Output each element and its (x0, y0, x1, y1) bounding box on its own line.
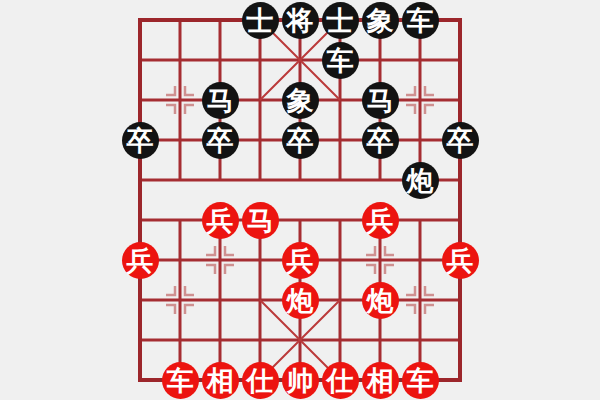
board-point-c6[interactable] (200, 160, 240, 200)
board-point-b4[interactable] (160, 240, 200, 280)
board-point-g1[interactable]: 相 (360, 360, 400, 400)
board-point-a7[interactable]: 卒 (120, 120, 160, 160)
board-point-e6[interactable] (280, 160, 320, 200)
board-point-i7[interactable]: 卒 (440, 120, 480, 160)
board-point-e5[interactable] (280, 200, 320, 240)
board-point-h7[interactable] (400, 120, 440, 160)
board-point-d5[interactable]: 马 (240, 200, 280, 240)
board-point-c1[interactable]: 相 (200, 360, 240, 400)
board-point-c5[interactable]: 兵 (200, 200, 240, 240)
board-point-f3[interactable] (320, 280, 360, 320)
piece-red-i4[interactable]: 兵 (442, 242, 479, 279)
board-point-f7[interactable] (320, 120, 360, 160)
board-point-h3[interactable] (400, 280, 440, 320)
board-point-c4[interactable] (200, 240, 240, 280)
board-point-a9[interactable] (120, 40, 160, 80)
board-point-e3[interactable]: 炮 (280, 280, 320, 320)
board-point-d2[interactable] (240, 320, 280, 360)
piece-red-e1[interactable]: 帅 (282, 362, 319, 399)
board-point-b6[interactable] (160, 160, 200, 200)
board-point-f5[interactable] (320, 200, 360, 240)
piece-red-c5[interactable]: 兵 (202, 202, 239, 239)
piece-black-g7[interactable]: 卒 (362, 122, 399, 159)
board-point-a4[interactable]: 兵 (120, 240, 160, 280)
board-point-h10[interactable]: 车 (400, 0, 440, 40)
board-point-d7[interactable] (240, 120, 280, 160)
piece-red-b1[interactable]: 车 (162, 362, 199, 399)
board-point-f1[interactable]: 仕 (320, 360, 360, 400)
board-point-h6[interactable]: 炮 (400, 160, 440, 200)
board-point-h1[interactable]: 车 (400, 360, 440, 400)
piece-black-e8[interactable]: 象 (282, 82, 319, 119)
board-point-a2[interactable] (120, 320, 160, 360)
xiangqi-grid: 士将士象车车马象马卒卒卒卒卒炮兵马兵兵兵兵炮炮车相仕帅仕相车 (120, 0, 480, 400)
board-point-c9[interactable] (200, 40, 240, 80)
piece-black-a7[interactable]: 卒 (122, 122, 159, 159)
board-point-i3[interactable] (440, 280, 480, 320)
board-point-g2[interactable] (360, 320, 400, 360)
piece-red-d5[interactable]: 马 (242, 202, 279, 239)
board-point-g9[interactable] (360, 40, 400, 80)
piece-black-i7[interactable]: 卒 (442, 122, 479, 159)
board-point-c10[interactable] (200, 0, 240, 40)
board-point-f2[interactable] (320, 320, 360, 360)
piece-black-d10[interactable]: 士 (242, 2, 279, 39)
board-point-a10[interactable] (120, 0, 160, 40)
board-point-a5[interactable] (120, 200, 160, 240)
board-point-b5[interactable] (160, 200, 200, 240)
board-point-g10[interactable]: 象 (360, 0, 400, 40)
board-point-g8[interactable]: 马 (360, 80, 400, 120)
board-point-i4[interactable]: 兵 (440, 240, 480, 280)
piece-red-e3[interactable]: 炮 (282, 282, 319, 319)
piece-red-f1[interactable]: 仕 (322, 362, 359, 399)
board-point-f6[interactable] (320, 160, 360, 200)
board-point-b3[interactable] (160, 280, 200, 320)
piece-black-h10[interactable]: 车 (402, 2, 439, 39)
piece-red-g5[interactable]: 兵 (362, 202, 399, 239)
board-point-b8[interactable] (160, 80, 200, 120)
board-point-i9[interactable] (440, 40, 480, 80)
board-point-g6[interactable] (360, 160, 400, 200)
board-point-b1[interactable]: 车 (160, 360, 200, 400)
board-point-f10[interactable]: 士 (320, 0, 360, 40)
board-point-h5[interactable] (400, 200, 440, 240)
piece-black-h6[interactable]: 炮 (402, 162, 439, 199)
board-point-e1[interactable]: 帅 (280, 360, 320, 400)
board-point-i2[interactable] (440, 320, 480, 360)
piece-black-c7[interactable]: 卒 (202, 122, 239, 159)
board-point-f4[interactable] (320, 240, 360, 280)
board-point-f9[interactable]: 车 (320, 40, 360, 80)
board-point-h2[interactable] (400, 320, 440, 360)
piece-black-f10[interactable]: 士 (322, 2, 359, 39)
board-point-g4[interactable] (360, 240, 400, 280)
board-point-d6[interactable] (240, 160, 280, 200)
piece-black-e10[interactable]: 将 (282, 2, 319, 39)
piece-black-g8[interactable]: 马 (362, 82, 399, 119)
board-point-h4[interactable] (400, 240, 440, 280)
piece-red-h1[interactable]: 车 (402, 362, 439, 399)
board-point-e10[interactable]: 将 (280, 0, 320, 40)
board-point-c7[interactable]: 卒 (200, 120, 240, 160)
board-point-a1[interactable] (120, 360, 160, 400)
board-point-g5[interactable]: 兵 (360, 200, 400, 240)
board-point-b7[interactable] (160, 120, 200, 160)
board-point-a8[interactable] (120, 80, 160, 120)
board-point-d1[interactable]: 仕 (240, 360, 280, 400)
board-point-i1[interactable] (440, 360, 480, 400)
piece-red-c1[interactable]: 相 (202, 362, 239, 399)
board-point-d10[interactable]: 士 (240, 0, 280, 40)
board-point-d9[interactable] (240, 40, 280, 80)
board-point-e4[interactable]: 兵 (280, 240, 320, 280)
board-point-b10[interactable] (160, 0, 200, 40)
board-point-a6[interactable] (120, 160, 160, 200)
board-point-a3[interactable] (120, 280, 160, 320)
board-point-e8[interactable]: 象 (280, 80, 320, 120)
board-point-h8[interactable] (400, 80, 440, 120)
board-point-b9[interactable] (160, 40, 200, 80)
board-point-i6[interactable] (440, 160, 480, 200)
board-point-h9[interactable] (400, 40, 440, 80)
board-point-g3[interactable]: 炮 (360, 280, 400, 320)
piece-black-c8[interactable]: 马 (202, 82, 239, 119)
piece-black-f9[interactable]: 车 (322, 42, 359, 79)
board-point-f8[interactable] (320, 80, 360, 120)
piece-red-e4[interactable]: 兵 (282, 242, 319, 279)
piece-red-g3[interactable]: 炮 (362, 282, 399, 319)
board-point-b2[interactable] (160, 320, 200, 360)
piece-black-g10[interactable]: 象 (362, 2, 399, 39)
board-point-d3[interactable] (240, 280, 280, 320)
piece-red-a4[interactable]: 兵 (122, 242, 159, 279)
xiangqi-board-screen: 士将士象车车马象马卒卒卒卒卒炮兵马兵兵兵兵炮炮车相仕帅仕相车 (0, 0, 600, 400)
piece-red-g1[interactable]: 相 (362, 362, 399, 399)
piece-black-e7[interactable]: 卒 (282, 122, 319, 159)
board-point-c3[interactable] (200, 280, 240, 320)
piece-red-d1[interactable]: 仕 (242, 362, 279, 399)
board-point-c8[interactable]: 马 (200, 80, 240, 120)
board-point-e2[interactable] (280, 320, 320, 360)
board-point-c2[interactable] (200, 320, 240, 360)
board-point-i10[interactable] (440, 0, 480, 40)
board-point-i5[interactable] (440, 200, 480, 240)
board-point-d8[interactable] (240, 80, 280, 120)
board-point-d4[interactable] (240, 240, 280, 280)
board-point-g7[interactable]: 卒 (360, 120, 400, 160)
board-point-e9[interactable] (280, 40, 320, 80)
board-point-i8[interactable] (440, 80, 480, 120)
board-point-e7[interactable]: 卒 (280, 120, 320, 160)
